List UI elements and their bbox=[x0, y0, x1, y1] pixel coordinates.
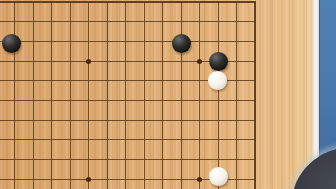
board-grid-vline bbox=[144, 2, 145, 189]
black-stone-r16 bbox=[209, 52, 228, 71]
board-grid-hline bbox=[0, 159, 256, 160]
board-grid-vline bbox=[88, 2, 89, 189]
board-grid-vline bbox=[162, 2, 163, 189]
star-point-q10 bbox=[197, 177, 202, 182]
board-grid-vline bbox=[33, 2, 34, 189]
star-point-k10 bbox=[86, 177, 91, 182]
board-grid-vline bbox=[199, 2, 200, 189]
board-grid-vline bbox=[181, 2, 182, 189]
black-stone-p17 bbox=[172, 34, 191, 53]
video-frame bbox=[0, 0, 336, 189]
board-grid-hline bbox=[0, 120, 256, 121]
star-point-k16 bbox=[86, 59, 91, 64]
board-grid-vline bbox=[125, 2, 126, 189]
board-grid-vline bbox=[254, 2, 256, 189]
board-grid-vline bbox=[70, 2, 71, 189]
board-grid-vline bbox=[14, 2, 15, 189]
go-board bbox=[0, 0, 320, 189]
board-grid-hline bbox=[0, 1, 256, 3]
board-grid-hline bbox=[0, 100, 256, 101]
board-grid-vline bbox=[218, 2, 219, 189]
board-grid-vline bbox=[51, 2, 52, 189]
white-stone-r10 bbox=[209, 167, 228, 186]
board-grid-vline bbox=[236, 2, 237, 189]
star-point-q16 bbox=[197, 59, 202, 64]
white-stone-r15 bbox=[208, 71, 227, 90]
board-grid-vline bbox=[107, 2, 108, 189]
board-grid-hline bbox=[0, 41, 256, 42]
black-stone-f17 bbox=[2, 34, 21, 53]
board-grid-hline bbox=[0, 139, 256, 140]
board-grid-hline bbox=[0, 21, 256, 22]
